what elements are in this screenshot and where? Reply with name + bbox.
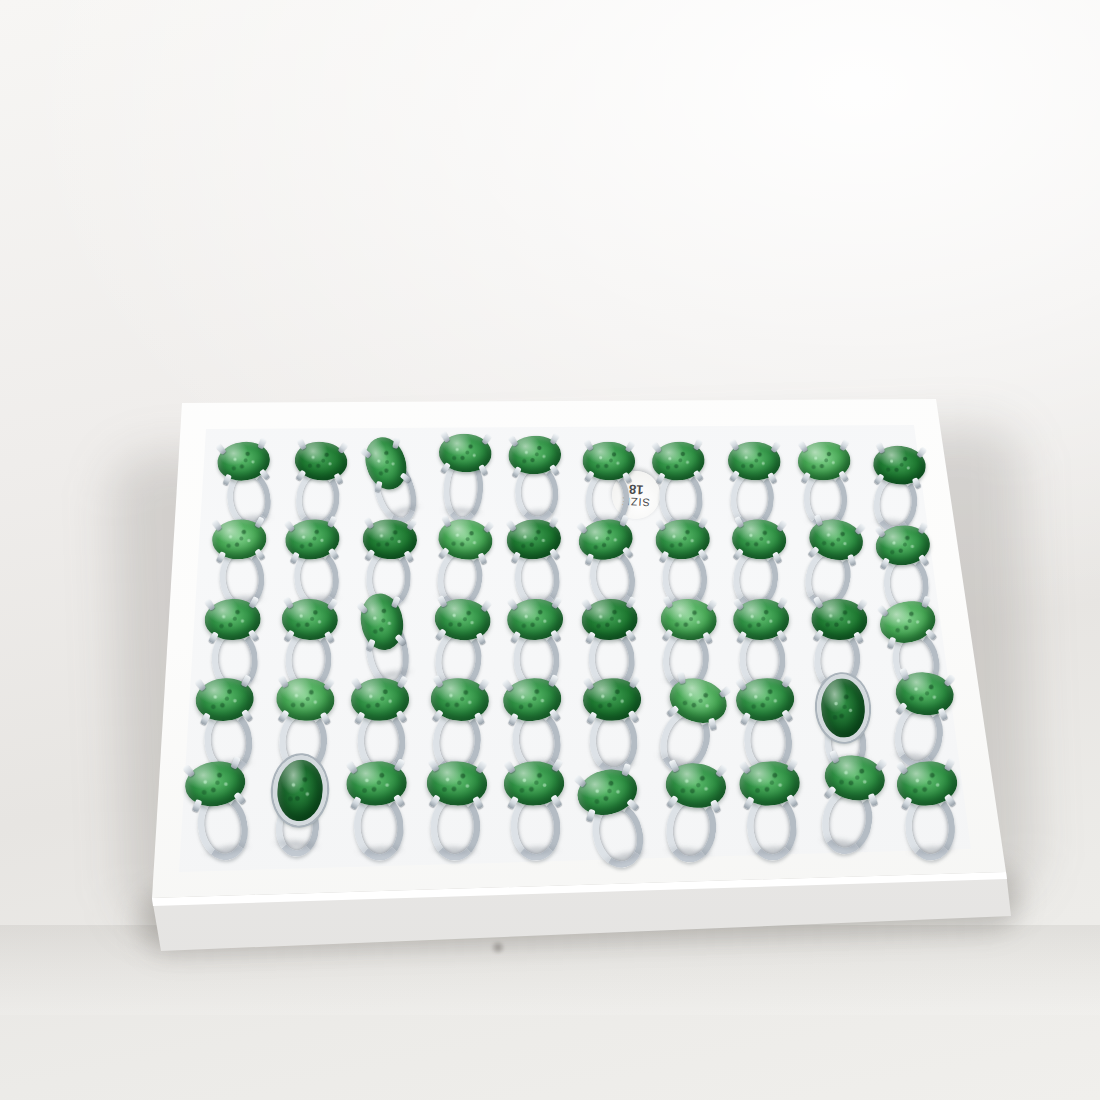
ring	[257, 748, 340, 861]
prong-icon	[856, 598, 867, 610]
jade-stone	[501, 675, 563, 723]
prong-icon	[781, 675, 792, 688]
prong-icon	[582, 677, 594, 690]
prong-icon	[668, 759, 679, 773]
jade-stone	[356, 590, 407, 653]
prong-icon	[356, 602, 368, 614]
prong-icon	[360, 448, 372, 459]
prong-icon	[839, 439, 849, 451]
prong-icon	[550, 433, 560, 445]
jade-stone	[506, 598, 563, 641]
prong-icon	[729, 439, 739, 451]
prong-icon	[655, 519, 666, 531]
jade-stone	[797, 441, 851, 481]
prong-icon	[584, 439, 594, 451]
prong-icon	[944, 758, 955, 772]
jade-stone	[350, 677, 410, 722]
jade-stone	[739, 760, 802, 807]
prong-icon	[216, 443, 227, 455]
prong-icon	[442, 515, 452, 527]
jade-stone	[282, 598, 339, 641]
prong-icon	[814, 514, 823, 526]
prong-icon	[652, 442, 663, 454]
ring	[337, 755, 418, 867]
jade-stone	[581, 598, 639, 642]
prong-icon	[440, 431, 450, 443]
ring	[649, 755, 735, 870]
prong-icon	[284, 520, 295, 532]
prong-icon	[677, 672, 686, 685]
jade-stone	[215, 439, 272, 484]
prong-icon	[551, 596, 562, 609]
jade-stone	[582, 441, 636, 481]
prong-icon	[899, 668, 909, 681]
prong-icon	[770, 441, 781, 453]
prong-icon	[397, 676, 408, 689]
ring	[495, 756, 574, 867]
jade-stone	[211, 518, 268, 561]
prong-icon	[476, 760, 488, 773]
prong-icon	[735, 516, 745, 528]
jade-stone	[283, 517, 341, 562]
prong-icon	[662, 596, 672, 609]
jade-stone	[345, 760, 408, 807]
jade-stone	[734, 676, 795, 723]
prong-icon	[777, 596, 788, 609]
prong-icon	[278, 675, 289, 688]
jade-stone	[893, 669, 957, 719]
prong-icon	[345, 761, 357, 774]
jade-stone	[293, 440, 349, 483]
prong-icon	[777, 520, 788, 532]
jade-stone	[503, 760, 565, 806]
prong-icon	[625, 441, 635, 453]
prong-icon	[628, 676, 639, 689]
jade-stone	[204, 598, 262, 642]
jade-stone	[874, 523, 932, 567]
prong-icon	[626, 596, 637, 609]
prong-icon	[921, 596, 930, 608]
jade-stone	[433, 596, 493, 643]
prong-icon	[715, 764, 727, 777]
ring	[888, 754, 971, 867]
prong-icon	[787, 758, 798, 772]
ring	[731, 755, 812, 867]
prong-icon	[284, 596, 295, 609]
prong-icon	[735, 678, 747, 691]
prong-icon	[406, 518, 417, 530]
prong-icon	[829, 750, 839, 763]
jade-stone	[182, 757, 249, 811]
jade-stone	[810, 598, 868, 642]
prong-icon	[478, 678, 490, 691]
jade-stone	[505, 517, 563, 561]
prong-icon	[195, 679, 207, 692]
prong-icon	[877, 605, 889, 617]
prong-icon	[393, 438, 401, 449]
prong-icon	[363, 517, 373, 529]
prong-icon	[327, 516, 337, 528]
jade-stone	[582, 677, 642, 722]
prong-icon	[875, 526, 886, 538]
prong-icon	[855, 523, 867, 535]
prong-icon	[573, 775, 586, 788]
prong-icon	[549, 516, 559, 528]
prong-icon	[698, 517, 708, 529]
ring	[417, 756, 496, 867]
jade-stone	[194, 676, 256, 724]
jade-stone	[275, 677, 335, 723]
prong-icon	[433, 675, 444, 688]
prong-icon	[875, 758, 888, 771]
jade-stone	[727, 440, 782, 481]
jade-stone	[895, 759, 958, 807]
jade-stone	[362, 518, 418, 560]
prong-icon	[504, 760, 516, 773]
prong-icon	[798, 441, 808, 453]
jade-stone	[651, 440, 706, 482]
jade-stone	[438, 432, 493, 473]
jade-stone	[507, 434, 562, 475]
prong-icon	[249, 596, 260, 609]
jade-stone	[575, 515, 635, 564]
prong-icon	[211, 519, 222, 531]
prong-icon	[502, 679, 514, 692]
rings-grid	[0, 0, 1100, 1100]
jade-stone	[436, 516, 495, 563]
prong-icon	[621, 763, 631, 776]
prong-icon	[204, 598, 215, 610]
prong-icon	[481, 433, 492, 445]
studio-backdrop: SIZE 18	[0, 0, 1100, 1100]
prong-icon	[918, 522, 928, 534]
prong-icon	[438, 595, 448, 608]
jade-stone	[654, 518, 710, 561]
jade-stone	[731, 517, 789, 561]
prong-icon	[896, 761, 908, 774]
prong-icon	[508, 435, 519, 447]
prong-icon	[351, 677, 363, 690]
prong-icon	[581, 598, 592, 610]
prong-icon	[241, 674, 252, 687]
prong-icon	[876, 442, 886, 454]
prong-icon	[739, 761, 751, 774]
prong-icon	[812, 596, 823, 609]
prong-icon	[297, 438, 307, 450]
jade-stone	[663, 760, 728, 810]
prong-icon	[391, 596, 401, 608]
prong-icon	[428, 759, 440, 773]
prong-icon	[483, 521, 494, 533]
prong-icon	[619, 515, 628, 527]
jade-stone	[426, 760, 488, 806]
prong-icon	[706, 599, 717, 611]
prong-icon	[182, 764, 195, 777]
prong-icon	[548, 674, 559, 687]
prong-icon	[393, 758, 404, 772]
prong-icon	[254, 516, 264, 528]
prong-icon	[506, 520, 517, 532]
prong-icon	[507, 598, 518, 610]
prong-icon	[230, 756, 240, 769]
prong-icon	[552, 759, 564, 773]
prong-icon	[327, 598, 338, 610]
jade-stone	[871, 443, 927, 487]
prong-icon	[576, 522, 587, 534]
prong-icon	[916, 447, 927, 459]
prong-icon	[733, 598, 744, 610]
jade-stone	[659, 597, 718, 642]
prong-icon	[257, 438, 266, 450]
jade-stone	[430, 676, 491, 723]
prong-icon	[323, 678, 335, 691]
jade-stone	[733, 598, 790, 641]
prong-icon	[481, 600, 493, 612]
prong-icon	[944, 674, 956, 687]
prong-icon	[693, 439, 703, 451]
